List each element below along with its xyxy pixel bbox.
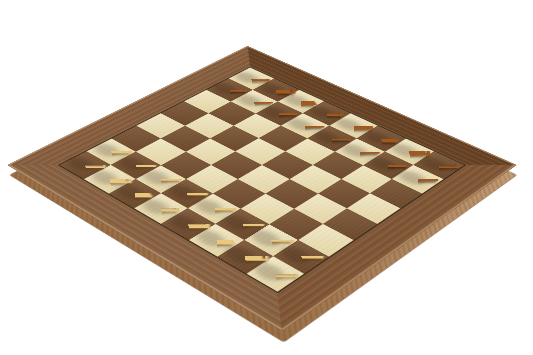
chessboard: ♜♞♝♛♚♝♞♜♟♟♟♟♟♟♟♟♟♟♟♟♟♟♟♟♜♞♝♛♚♝♞♜	[7, 46, 516, 331]
camera-tilt: ♜♞♝♛♚♝♞♜♟♟♟♟♟♟♟♟♟♟♟♟♟♟♟♟♜♞♝♛♚♝♞♜	[0, 0, 533, 355]
playing-field: ♜♞♝♛♚♝♞♜♟♟♟♟♟♟♟♟♟♟♟♟♟♟♟♟♜♞♝♛♚♝♞♜	[60, 68, 464, 292]
photo-stage: ♜♞♝♛♚♝♞♜♟♟♟♟♟♟♟♟♟♟♟♟♟♟♟♟♜♞♝♛♚♝♞♜	[0, 0, 533, 355]
perspective-container: ♜♞♝♛♚♝♞♜♟♟♟♟♟♟♟♟♟♟♟♟♟♟♟♟♜♞♝♛♚♝♞♜	[0, 0, 533, 355]
